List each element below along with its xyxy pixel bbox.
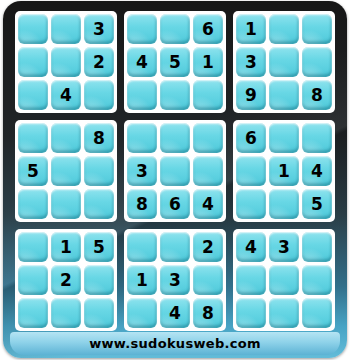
cell-r7c3[interactable]: 5: [84, 232, 114, 262]
cell-r4c4[interactable]: [127, 123, 157, 153]
cell-r7c9[interactable]: [302, 232, 332, 262]
box-r3c2: 21348: [124, 229, 226, 331]
box-r1c1: 324: [15, 11, 117, 113]
cell-r3c1[interactable]: [18, 80, 48, 110]
cell-r4c5[interactable]: [160, 123, 190, 153]
cell-r4c6[interactable]: [193, 123, 223, 153]
sudoku-frame: 324 6451 1398 85 3864 6145 152 21348 43 …: [3, 1, 347, 358]
cell-r1c9[interactable]: [302, 14, 332, 44]
box-r2c1: 85: [15, 120, 117, 222]
cell-r4c9[interactable]: [302, 123, 332, 153]
cell-r8c1[interactable]: [18, 265, 48, 295]
cell-r6c5[interactable]: 6: [160, 189, 190, 219]
cell-r9c5[interactable]: 4: [160, 298, 190, 328]
footer-bar: www.sudokusweb.com: [10, 332, 340, 355]
cell-r5c6[interactable]: [193, 156, 223, 186]
cell-r5c2[interactable]: [51, 156, 81, 186]
cell-r2c3[interactable]: 2: [84, 47, 114, 77]
cell-r2c7[interactable]: 3: [236, 47, 266, 77]
cell-r9c6[interactable]: 8: [193, 298, 223, 328]
cell-r6c7[interactable]: [236, 189, 266, 219]
cell-r7c7[interactable]: 4: [236, 232, 266, 262]
cell-r9c3[interactable]: [84, 298, 114, 328]
cell-r8c4[interactable]: 1: [127, 265, 157, 295]
cell-r9c8[interactable]: [269, 298, 299, 328]
cell-r8c2[interactable]: 2: [51, 265, 81, 295]
cell-r4c8[interactable]: [269, 123, 299, 153]
cell-r4c1[interactable]: [18, 123, 48, 153]
cell-r2c9[interactable]: [302, 47, 332, 77]
cell-r7c2[interactable]: 1: [51, 232, 81, 262]
cell-r7c4[interactable]: [127, 232, 157, 262]
cell-r1c6[interactable]: 6: [193, 14, 223, 44]
box-r2c3: 6145: [233, 120, 335, 222]
site-url: www.sudokusweb.com: [89, 336, 261, 351]
cell-r6c8[interactable]: [269, 189, 299, 219]
cell-r5c3[interactable]: [84, 156, 114, 186]
cell-r2c2[interactable]: [51, 47, 81, 77]
cell-r3c9[interactable]: 8: [302, 80, 332, 110]
cell-r5c7[interactable]: [236, 156, 266, 186]
cell-r3c6[interactable]: [193, 80, 223, 110]
cell-r6c3[interactable]: [84, 189, 114, 219]
cell-r1c5[interactable]: [160, 14, 190, 44]
cell-r3c2[interactable]: 4: [51, 80, 81, 110]
cell-r1c1[interactable]: [18, 14, 48, 44]
cell-r5c1[interactable]: 5: [18, 156, 48, 186]
box-r3c3: 43: [233, 229, 335, 331]
box-r1c3: 1398: [233, 11, 335, 113]
cell-r8c8[interactable]: [269, 265, 299, 295]
cell-r9c7[interactable]: [236, 298, 266, 328]
cell-r3c3[interactable]: [84, 80, 114, 110]
cell-r1c8[interactable]: [269, 14, 299, 44]
cell-r5c5[interactable]: [160, 156, 190, 186]
cell-r3c8[interactable]: [269, 80, 299, 110]
cell-r5c9[interactable]: 4: [302, 156, 332, 186]
cell-r9c9[interactable]: [302, 298, 332, 328]
cell-r8c5[interactable]: 3: [160, 265, 190, 295]
box-r1c2: 6451: [124, 11, 226, 113]
cell-r6c2[interactable]: [51, 189, 81, 219]
cell-r5c8[interactable]: 1: [269, 156, 299, 186]
cell-r6c4[interactable]: 8: [127, 189, 157, 219]
cell-r4c3[interactable]: 8: [84, 123, 114, 153]
cell-r7c5[interactable]: [160, 232, 190, 262]
cell-r5c4[interactable]: 3: [127, 156, 157, 186]
cell-r1c3[interactable]: 3: [84, 14, 114, 44]
cell-r6c6[interactable]: 4: [193, 189, 223, 219]
cell-r8c3[interactable]: [84, 265, 114, 295]
cell-r2c6[interactable]: 1: [193, 47, 223, 77]
cell-r6c9[interactable]: 5: [302, 189, 332, 219]
cell-r2c4[interactable]: 4: [127, 47, 157, 77]
cell-r4c7[interactable]: 6: [236, 123, 266, 153]
cell-r8c9[interactable]: [302, 265, 332, 295]
cell-r9c1[interactable]: [18, 298, 48, 328]
cell-r8c7[interactable]: [236, 265, 266, 295]
cell-r9c4[interactable]: [127, 298, 157, 328]
cell-r1c7[interactable]: 1: [236, 14, 266, 44]
cell-r2c1[interactable]: [18, 47, 48, 77]
box-r3c1: 152: [15, 229, 117, 331]
cell-r9c2[interactable]: [51, 298, 81, 328]
cell-r3c4[interactable]: [127, 80, 157, 110]
cell-r3c7[interactable]: 9: [236, 80, 266, 110]
cell-r8c6[interactable]: [193, 265, 223, 295]
cell-r7c8[interactable]: 3: [269, 232, 299, 262]
cell-r2c5[interactable]: 5: [160, 47, 190, 77]
cell-r3c5[interactable]: [160, 80, 190, 110]
cell-r7c1[interactable]: [18, 232, 48, 262]
cell-r7c6[interactable]: 2: [193, 232, 223, 262]
cell-r1c2[interactable]: [51, 14, 81, 44]
cell-r6c1[interactable]: [18, 189, 48, 219]
sudoku-board: 324 6451 1398 85 3864 6145 152 21348 43: [15, 11, 335, 331]
cell-r2c8[interactable]: [269, 47, 299, 77]
cell-r1c4[interactable]: [127, 14, 157, 44]
box-r2c2: 3864: [124, 120, 226, 222]
cell-r4c2[interactable]: [51, 123, 81, 153]
